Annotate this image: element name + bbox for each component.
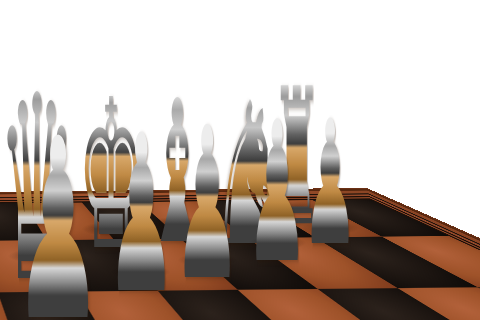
chess-set-photo: ♛ ♟ ♚ ♟ ♝ ♟ ♞ ♟ ♜ ♟ bbox=[0, 0, 480, 320]
board-squares bbox=[0, 0, 370, 204]
chess-board bbox=[0, 0, 367, 194]
rook-piece: ♜ bbox=[252, 21, 342, 210]
